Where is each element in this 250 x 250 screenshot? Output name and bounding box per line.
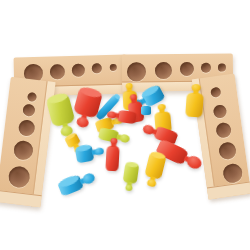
piece-knob <box>118 133 129 143</box>
toy-scene <box>0 0 250 250</box>
piece-knob <box>109 137 116 143</box>
piece-body <box>185 92 204 117</box>
yellow-cylinder-piece <box>144 151 167 179</box>
cylinder-hole <box>18 119 36 137</box>
piece-knob <box>76 115 90 128</box>
piece-knob <box>190 84 199 92</box>
blue-cylinder-piece <box>74 145 94 164</box>
cylinder-hole <box>180 62 194 76</box>
cylinder-hole <box>109 63 116 70</box>
red-cylinder-piece <box>105 145 119 171</box>
cylinder-hole <box>221 162 242 183</box>
blue-cylinder-piece <box>57 174 84 197</box>
cylinder-hole <box>212 104 227 119</box>
cylinder-hole <box>22 103 35 116</box>
cylinder-hole <box>126 62 145 81</box>
cylinder-hole <box>27 91 37 101</box>
cylinder-hole <box>71 63 84 76</box>
wood-block-left <box>0 77 56 208</box>
cylinder-hole <box>210 87 221 98</box>
piece-body <box>141 106 151 115</box>
yellow-cylinder-piece <box>185 92 204 117</box>
lime-cylinder-piece <box>123 162 140 184</box>
piece-knob <box>94 147 104 155</box>
cylinder-hole <box>217 141 236 160</box>
piece-knob <box>126 82 133 88</box>
cylinder-hole <box>215 121 232 138</box>
red-cylinder-piece <box>117 110 136 124</box>
cylinder-hole <box>49 64 64 79</box>
cylinder-hole <box>201 63 211 73</box>
cylinder-hole <box>7 165 30 188</box>
piece-knob <box>157 103 165 110</box>
piece-knob <box>185 154 204 171</box>
cylinder-hole <box>92 63 102 73</box>
cylinder-hole <box>218 64 226 72</box>
cylinder-hole <box>12 139 33 160</box>
blue-cylinder-piece <box>141 106 151 115</box>
piece-body <box>117 110 136 124</box>
cylinder-hole <box>154 62 171 79</box>
piece-knob <box>125 184 133 191</box>
piece-body <box>105 145 119 171</box>
